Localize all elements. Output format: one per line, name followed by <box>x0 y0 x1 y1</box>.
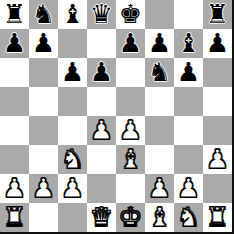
white-pawn-icon: ♟ <box>206 145 229 174</box>
square-f8[interactable] <box>145 0 174 29</box>
black-pawn-icon: ♟ <box>3 29 26 58</box>
square-c6[interactable]: ♟ <box>58 58 87 87</box>
square-a3[interactable] <box>0 145 29 174</box>
black-bishop-icon: ♝ <box>177 29 200 58</box>
square-d7[interactable] <box>87 29 116 58</box>
square-c8[interactable]: ♝ <box>58 0 87 29</box>
square-f4[interactable] <box>145 116 174 145</box>
square-g3[interactable] <box>174 145 203 174</box>
white-rook-icon: ♜ <box>206 203 229 232</box>
square-c5[interactable] <box>58 87 87 116</box>
square-g6[interactable]: ♟ <box>174 58 203 87</box>
square-e1[interactable]: ♚ <box>116 203 145 232</box>
square-f5[interactable] <box>145 87 174 116</box>
white-pawn-icon: ♟ <box>61 174 84 203</box>
white-king-icon: ♚ <box>119 203 142 232</box>
white-knight-icon: ♞ <box>61 145 84 174</box>
square-a6[interactable] <box>0 58 29 87</box>
square-g5[interactable] <box>174 87 203 116</box>
square-f2[interactable]: ♟ <box>145 174 174 203</box>
square-c3[interactable]: ♞ <box>58 145 87 174</box>
white-pawn-icon: ♟ <box>177 174 200 203</box>
black-pawn-icon: ♟ <box>206 29 229 58</box>
square-h3[interactable]: ♟ <box>203 145 232 174</box>
square-e6[interactable] <box>116 58 145 87</box>
white-knight-icon: ♞ <box>177 203 200 232</box>
square-b1[interactable] <box>29 203 58 232</box>
square-c2[interactable]: ♟ <box>58 174 87 203</box>
square-b6[interactable] <box>29 58 58 87</box>
square-f1[interactable]: ♝ <box>145 203 174 232</box>
square-c1[interactable] <box>58 203 87 232</box>
black-rook-icon: ♜ <box>3 0 26 29</box>
black-knight-icon: ♞ <box>148 58 171 87</box>
square-a4[interactable] <box>0 116 29 145</box>
square-g7[interactable]: ♝ <box>174 29 203 58</box>
square-d4[interactable]: ♟ <box>87 116 116 145</box>
black-king-icon: ♚ <box>119 0 142 29</box>
white-bishop-icon: ♝ <box>119 145 142 174</box>
square-b7[interactable]: ♟ <box>29 29 58 58</box>
white-queen-icon: ♛ <box>90 203 113 232</box>
white-pawn-icon: ♟ <box>148 174 171 203</box>
black-pawn-icon: ♟ <box>32 29 55 58</box>
square-g8[interactable] <box>174 0 203 29</box>
square-c4[interactable] <box>58 116 87 145</box>
black-bishop-icon: ♝ <box>61 0 84 29</box>
white-pawn-icon: ♟ <box>32 174 55 203</box>
black-pawn-icon: ♟ <box>177 58 200 87</box>
white-bishop-icon: ♝ <box>148 203 171 232</box>
square-d1[interactable]: ♛ <box>87 203 116 232</box>
square-g1[interactable]: ♞ <box>174 203 203 232</box>
square-f6[interactable]: ♞ <box>145 58 174 87</box>
square-b8[interactable]: ♞ <box>29 0 58 29</box>
white-pawn-icon: ♟ <box>119 116 142 145</box>
square-h8[interactable]: ♜ <box>203 0 232 29</box>
black-pawn-icon: ♟ <box>90 58 113 87</box>
square-d8[interactable]: ♛ <box>87 0 116 29</box>
square-h6[interactable] <box>203 58 232 87</box>
white-pawn-icon: ♟ <box>90 116 113 145</box>
black-pawn-icon: ♟ <box>119 29 142 58</box>
chess-board: ♜♞♝♛♚♜♟♟♟♟♝♟♟♟♞♟♟♟♞♝♟♟♟♟♟♟♜♛♚♝♞♜ <box>0 0 234 234</box>
square-e3[interactable]: ♝ <box>116 145 145 174</box>
square-h7[interactable]: ♟ <box>203 29 232 58</box>
black-pawn-icon: ♟ <box>61 58 84 87</box>
square-h5[interactable] <box>203 87 232 116</box>
black-queen-icon: ♛ <box>90 0 113 29</box>
square-b3[interactable] <box>29 145 58 174</box>
square-g2[interactable]: ♟ <box>174 174 203 203</box>
black-knight-icon: ♞ <box>32 0 55 29</box>
square-h4[interactable] <box>203 116 232 145</box>
square-g4[interactable] <box>174 116 203 145</box>
square-e8[interactable]: ♚ <box>116 0 145 29</box>
square-d2[interactable] <box>87 174 116 203</box>
square-f7[interactable]: ♟ <box>145 29 174 58</box>
square-c7[interactable] <box>58 29 87 58</box>
white-rook-icon: ♜ <box>3 203 26 232</box>
square-a2[interactable]: ♟ <box>0 174 29 203</box>
square-e4[interactable]: ♟ <box>116 116 145 145</box>
square-b4[interactable] <box>29 116 58 145</box>
square-d5[interactable] <box>87 87 116 116</box>
square-e2[interactable] <box>116 174 145 203</box>
square-b2[interactable]: ♟ <box>29 174 58 203</box>
square-d3[interactable] <box>87 145 116 174</box>
black-pawn-icon: ♟ <box>148 29 171 58</box>
square-a1[interactable]: ♜ <box>0 203 29 232</box>
square-e5[interactable] <box>116 87 145 116</box>
square-h2[interactable] <box>203 174 232 203</box>
square-h1[interactable]: ♜ <box>203 203 232 232</box>
square-e7[interactable]: ♟ <box>116 29 145 58</box>
chess-diagram: ♜♞♝♛♚♜♟♟♟♟♝♟♟♟♞♟♟♟♞♝♟♟♟♟♟♟♜♛♚♝♞♜ <box>0 0 234 234</box>
square-d6[interactable]: ♟ <box>87 58 116 87</box>
square-a7[interactable]: ♟ <box>0 29 29 58</box>
square-a5[interactable] <box>0 87 29 116</box>
black-rook-icon: ♜ <box>206 0 229 29</box>
square-a8[interactable]: ♜ <box>0 0 29 29</box>
square-f3[interactable] <box>145 145 174 174</box>
square-b5[interactable] <box>29 87 58 116</box>
white-pawn-icon: ♟ <box>3 174 26 203</box>
